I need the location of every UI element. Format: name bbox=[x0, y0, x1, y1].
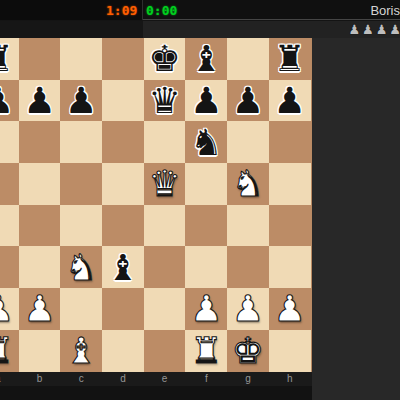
square-f3[interactable] bbox=[185, 246, 227, 288]
file-label-f: f bbox=[185, 372, 227, 386]
square-d5[interactable] bbox=[102, 163, 144, 205]
square-b3[interactable] bbox=[19, 246, 61, 288]
square-f6[interactable]: ♞ bbox=[185, 121, 227, 163]
square-b5[interactable] bbox=[19, 163, 61, 205]
file-label-g: g bbox=[227, 372, 269, 386]
square-a5[interactable] bbox=[0, 163, 19, 205]
square-a7[interactable]: ♟ bbox=[0, 80, 19, 122]
piece-white-pawn[interactable]: ♟ bbox=[232, 288, 264, 329]
player-name: Boris bbox=[370, 2, 400, 19]
square-g4[interactable] bbox=[227, 205, 269, 247]
square-e6[interactable] bbox=[144, 121, 186, 163]
file-label-c: c bbox=[60, 372, 102, 386]
file-label-a: a bbox=[0, 372, 19, 386]
piece-white-pawn[interactable]: ♟ bbox=[190, 288, 222, 329]
square-c3[interactable]: ♞ bbox=[60, 246, 102, 288]
square-h6[interactable] bbox=[269, 121, 311, 163]
square-f1[interactable]: ♜ bbox=[185, 330, 227, 372]
square-a6[interactable] bbox=[0, 121, 19, 163]
captured-pawn-icon: ♟ bbox=[362, 22, 374, 37]
chess-app-window: 1:09 0:00 Boris ♟♟♟♟ ♜♚♝♜♟♟♟♛♟♟♟♞♛♞♞♝♟♟♟… bbox=[0, 0, 400, 400]
piece-black-knight[interactable]: ♞ bbox=[190, 122, 222, 163]
piece-black-pawn[interactable]: ♟ bbox=[232, 80, 264, 121]
bottom-strip bbox=[0, 386, 312, 400]
file-label-e: e bbox=[144, 372, 186, 386]
square-c4[interactable] bbox=[60, 205, 102, 247]
square-c6[interactable] bbox=[60, 121, 102, 163]
piece-white-rook[interactable]: ♜ bbox=[190, 330, 222, 371]
file-label-d: d bbox=[102, 372, 144, 386]
piece-black-rook[interactable]: ♜ bbox=[0, 38, 14, 79]
square-f7[interactable]: ♟ bbox=[185, 80, 227, 122]
square-h5[interactable] bbox=[269, 163, 311, 205]
square-e5[interactable]: ♛ bbox=[144, 163, 186, 205]
square-g5[interactable]: ♞ bbox=[227, 163, 269, 205]
square-d1[interactable] bbox=[102, 330, 144, 372]
square-f5[interactable] bbox=[185, 163, 227, 205]
square-g8[interactable] bbox=[227, 38, 269, 80]
square-e4[interactable] bbox=[144, 205, 186, 247]
captured-pieces-tray: ♟♟♟♟ bbox=[348, 22, 400, 37]
square-a2[interactable]: ♟ bbox=[0, 288, 19, 330]
black-clock: 0:00 bbox=[146, 3, 177, 18]
square-b2[interactable]: ♟ bbox=[19, 288, 61, 330]
piece-white-pawn[interactable]: ♟ bbox=[0, 288, 14, 329]
square-d6[interactable] bbox=[102, 121, 144, 163]
square-e7[interactable]: ♛ bbox=[144, 80, 186, 122]
captured-pawn-icon: ♟ bbox=[348, 22, 360, 37]
file-label-h: h bbox=[269, 372, 311, 386]
piece-black-bishop[interactable]: ♝ bbox=[107, 247, 139, 288]
file-label-strip: abcdefgh bbox=[0, 372, 312, 386]
piece-white-king[interactable]: ♚ bbox=[232, 330, 264, 371]
square-c1[interactable]: ♝ bbox=[60, 330, 102, 372]
piece-black-pawn[interactable]: ♟ bbox=[65, 80, 97, 121]
square-e1[interactable] bbox=[144, 330, 186, 372]
file-labels: abcdefgh bbox=[0, 372, 311, 386]
square-c2[interactable] bbox=[60, 288, 102, 330]
square-h3[interactable] bbox=[269, 246, 311, 288]
sub-bar: ♟♟♟♟ bbox=[0, 21, 400, 38]
sub-bar-left-section bbox=[0, 21, 143, 38]
top-bar: 1:09 0:00 Boris bbox=[0, 0, 400, 20]
square-g1[interactable]: ♚ bbox=[227, 330, 269, 372]
square-g6[interactable] bbox=[227, 121, 269, 163]
square-f4[interactable] bbox=[185, 205, 227, 247]
right-side-panel bbox=[312, 38, 400, 400]
square-d8[interactable] bbox=[102, 38, 144, 80]
square-b8[interactable] bbox=[19, 38, 61, 80]
piece-black-pawn[interactable]: ♟ bbox=[23, 80, 55, 121]
square-a8[interactable]: ♜ bbox=[0, 38, 19, 80]
white-clock: 1:09 bbox=[106, 3, 137, 18]
square-c5[interactable] bbox=[60, 163, 102, 205]
piece-white-bishop[interactable]: ♝ bbox=[65, 330, 97, 371]
square-d2[interactable] bbox=[102, 288, 144, 330]
piece-white-pawn[interactable]: ♟ bbox=[274, 288, 306, 329]
board-viewport: ♜♚♝♜♟♟♟♛♟♟♟♞♛♞♞♝♟♟♟♟♟♜♝♜♚ bbox=[0, 38, 312, 372]
square-a3[interactable] bbox=[0, 246, 19, 288]
piece-black-pawn[interactable]: ♟ bbox=[0, 80, 14, 121]
piece-black-king[interactable]: ♚ bbox=[148, 38, 180, 79]
square-h8[interactable]: ♜ bbox=[269, 38, 311, 80]
square-d3[interactable]: ♝ bbox=[102, 246, 144, 288]
square-g3[interactable] bbox=[227, 246, 269, 288]
piece-white-knight[interactable]: ♞ bbox=[65, 247, 97, 288]
captured-pawn-icon: ♟ bbox=[389, 22, 400, 37]
piece-black-queen[interactable]: ♛ bbox=[148, 80, 180, 121]
board: ♜♚♝♜♟♟♟♛♟♟♟♞♛♞♞♝♟♟♟♟♟♜♝♜♚ bbox=[0, 38, 311, 372]
square-a4[interactable] bbox=[0, 205, 19, 247]
square-g7[interactable]: ♟ bbox=[227, 80, 269, 122]
square-g2[interactable]: ♟ bbox=[227, 288, 269, 330]
square-b1[interactable] bbox=[19, 330, 61, 372]
square-f2[interactable]: ♟ bbox=[185, 288, 227, 330]
captured-pawn-icon: ♟ bbox=[376, 22, 388, 37]
piece-black-rook[interactable]: ♜ bbox=[274, 38, 306, 79]
square-e2[interactable] bbox=[144, 288, 186, 330]
square-b7[interactable]: ♟ bbox=[19, 80, 61, 122]
piece-white-pawn[interactable]: ♟ bbox=[23, 288, 55, 329]
square-h2[interactable]: ♟ bbox=[269, 288, 311, 330]
square-f8[interactable]: ♝ bbox=[185, 38, 227, 80]
square-h1[interactable] bbox=[269, 330, 311, 372]
square-d7[interactable] bbox=[102, 80, 144, 122]
square-d4[interactable] bbox=[102, 205, 144, 247]
file-label-b: b bbox=[19, 372, 61, 386]
square-c7[interactable]: ♟ bbox=[60, 80, 102, 122]
square-b6[interactable] bbox=[19, 121, 61, 163]
piece-black-pawn[interactable]: ♟ bbox=[274, 80, 306, 121]
square-h4[interactable] bbox=[269, 205, 311, 247]
square-e3[interactable] bbox=[144, 246, 186, 288]
piece-white-queen[interactable]: ♛ bbox=[148, 163, 180, 204]
square-b4[interactable] bbox=[19, 205, 61, 247]
piece-black-pawn[interactable]: ♟ bbox=[190, 80, 222, 121]
square-a1[interactable]: ♜ bbox=[0, 330, 19, 372]
piece-black-bishop[interactable]: ♝ bbox=[190, 38, 222, 79]
square-e8[interactable]: ♚ bbox=[144, 38, 186, 80]
square-h7[interactable]: ♟ bbox=[269, 80, 311, 122]
piece-white-rook[interactable]: ♜ bbox=[0, 330, 14, 371]
piece-white-knight[interactable]: ♞ bbox=[232, 163, 264, 204]
square-c8[interactable] bbox=[60, 38, 102, 80]
